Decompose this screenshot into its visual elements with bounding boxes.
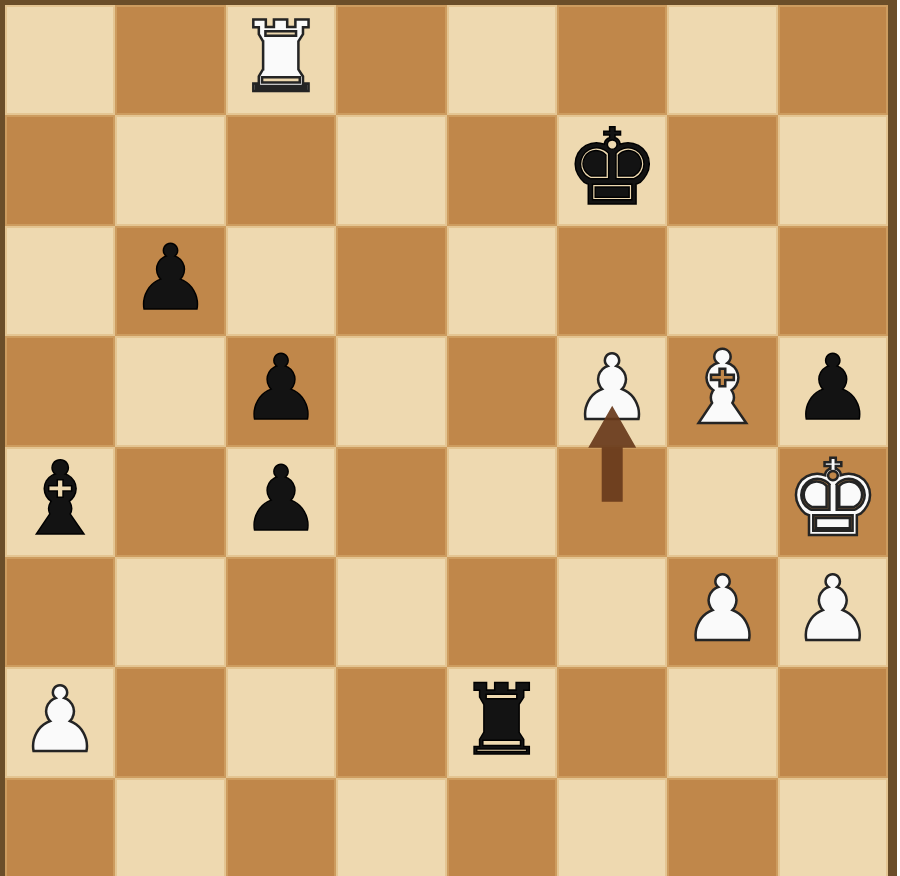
board-grid: ♜♚♟♟♟♝♟♝♟♚♟♟♟♜: [5, 5, 888, 876]
square-c1[interactable]: [226, 778, 336, 876]
square-d2[interactable]: [336, 667, 446, 777]
square-h2[interactable]: [778, 667, 888, 777]
square-h4[interactable]: ♚: [778, 447, 888, 557]
white-king[interactable]: ♚: [785, 446, 880, 552]
square-c3[interactable]: [226, 557, 336, 667]
square-e4[interactable]: [447, 447, 557, 557]
square-g3[interactable]: ♟: [667, 557, 777, 667]
square-d8[interactable]: [336, 5, 446, 115]
square-a2[interactable]: ♟: [5, 667, 115, 777]
square-b4[interactable]: [115, 447, 225, 557]
square-h8[interactable]: [778, 5, 888, 115]
square-f3[interactable]: [557, 557, 667, 667]
square-a4[interactable]: ♝: [5, 447, 115, 557]
square-g4[interactable]: [667, 447, 777, 557]
square-g8[interactable]: [667, 5, 777, 115]
square-h3[interactable]: ♟: [778, 557, 888, 667]
square-d4[interactable]: [336, 447, 446, 557]
square-f8[interactable]: [557, 5, 667, 115]
square-g7[interactable]: [667, 115, 777, 225]
square-a6[interactable]: [5, 226, 115, 336]
square-b1[interactable]: [115, 778, 225, 876]
square-e2[interactable]: ♜: [447, 667, 557, 777]
square-a5[interactable]: [5, 336, 115, 446]
square-h7[interactable]: [778, 115, 888, 225]
square-f2[interactable]: [557, 667, 667, 777]
square-g6[interactable]: [667, 226, 777, 336]
square-d1[interactable]: [336, 778, 446, 876]
square-b2[interactable]: [115, 667, 225, 777]
square-e8[interactable]: [447, 5, 557, 115]
square-b8[interactable]: [115, 5, 225, 115]
square-d3[interactable]: [336, 557, 446, 667]
white-bishop[interactable]: ♝: [677, 337, 768, 439]
square-c4[interactable]: ♟: [226, 447, 336, 557]
square-e6[interactable]: [447, 226, 557, 336]
square-b3[interactable]: [115, 557, 225, 667]
square-f5[interactable]: ♟: [557, 336, 667, 446]
square-b5[interactable]: [115, 336, 225, 446]
square-d7[interactable]: [336, 115, 446, 225]
square-f7[interactable]: ♚: [557, 115, 667, 225]
square-e1[interactable]: [447, 778, 557, 876]
square-h5[interactable]: ♟: [778, 336, 888, 446]
black-rook[interactable]: ♜: [458, 671, 546, 769]
black-king[interactable]: ♚: [565, 115, 660, 221]
square-d6[interactable]: [336, 226, 446, 336]
square-h6[interactable]: [778, 226, 888, 336]
square-a7[interactable]: [5, 115, 115, 225]
square-c2[interactable]: [226, 667, 336, 777]
white-rook[interactable]: ♜: [237, 8, 325, 106]
square-c5[interactable]: ♟: [226, 336, 336, 446]
square-g5[interactable]: ♝: [667, 336, 777, 446]
square-g1[interactable]: [667, 778, 777, 876]
black-pawn[interactable]: ♟: [130, 233, 211, 323]
white-pawn[interactable]: ♟: [682, 564, 763, 654]
square-h1[interactable]: [778, 778, 888, 876]
white-pawn[interactable]: ♟: [572, 343, 653, 433]
square-c8[interactable]: ♜: [226, 5, 336, 115]
chess-board: ♜♚♟♟♟♝♟♝♟♚♟♟♟♜: [0, 0, 897, 876]
square-f6[interactable]: [557, 226, 667, 336]
black-pawn[interactable]: ♟: [241, 343, 322, 433]
square-c6[interactable]: [226, 226, 336, 336]
square-f1[interactable]: [557, 778, 667, 876]
black-pawn[interactable]: ♟: [241, 454, 322, 544]
square-f4[interactable]: [557, 447, 667, 557]
square-c7[interactable]: [226, 115, 336, 225]
square-e3[interactable]: [447, 557, 557, 667]
square-d5[interactable]: [336, 336, 446, 446]
black-bishop[interactable]: ♝: [14, 448, 105, 550]
white-pawn[interactable]: ♟: [20, 675, 101, 765]
square-b6[interactable]: ♟: [115, 226, 225, 336]
square-e5[interactable]: [447, 336, 557, 446]
black-pawn[interactable]: ♟: [793, 343, 874, 433]
square-b7[interactable]: [115, 115, 225, 225]
square-a8[interactable]: [5, 5, 115, 115]
square-a1[interactable]: [5, 778, 115, 876]
square-a3[interactable]: [5, 557, 115, 667]
white-pawn[interactable]: ♟: [793, 564, 874, 654]
square-e7[interactable]: [447, 115, 557, 225]
square-g2[interactable]: [667, 667, 777, 777]
